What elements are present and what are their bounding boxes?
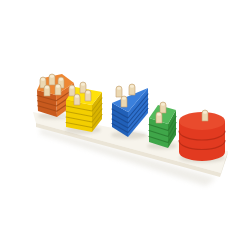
wooden-peg	[74, 94, 80, 105]
wooden-peg	[49, 74, 55, 85]
wooden-peg	[69, 85, 75, 96]
toy-illustration	[0, 0, 250, 250]
wooden-peg	[129, 84, 135, 95]
wooden-peg	[116, 86, 122, 97]
wooden-peg	[202, 110, 208, 121]
stack-yellow-square	[66, 82, 102, 132]
stack-green-square	[149, 102, 176, 148]
wooden-peg	[160, 102, 166, 113]
wooden-peg	[44, 85, 50, 96]
wooden-peg	[156, 112, 162, 123]
wooden-peg	[121, 96, 127, 107]
wooden-peg	[85, 90, 91, 101]
stack-blue-triangle	[112, 84, 148, 137]
wooden-peg	[55, 84, 61, 95]
stack-red-circle	[179, 110, 225, 161]
product-photo	[0, 0, 250, 250]
